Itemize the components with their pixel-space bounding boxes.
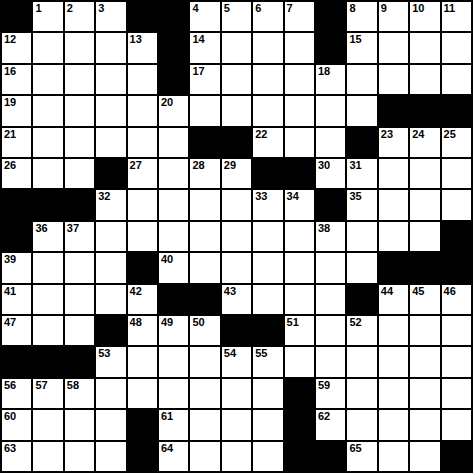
clue-number-41: 41	[4, 285, 16, 298]
white-cell-r4-c8[interactable]: 22	[253, 128, 282, 157]
white-cell-r9-c2[interactable]	[65, 285, 94, 314]
white-cell-r2-c10[interactable]: 18	[316, 65, 345, 94]
white-cell-r11-c7[interactable]: 54	[222, 347, 251, 376]
black-cell-r6-c1	[33, 190, 62, 219]
white-cell-r7-c1[interactable]: 36	[33, 222, 62, 251]
clue-number-3: 3	[98, 2, 104, 15]
white-cell-r11-c12[interactable]	[379, 347, 408, 376]
white-cell-r2-c1[interactable]	[33, 65, 62, 94]
clue-number-62: 62	[318, 410, 330, 423]
white-cell-r4-c4[interactable]	[128, 128, 157, 157]
white-cell-r13-c13[interactable]	[410, 410, 439, 439]
black-cell-r11-c2	[65, 347, 94, 376]
white-cell-r1-c6[interactable]: 14	[190, 33, 219, 62]
white-cell-r10-c2[interactable]	[65, 316, 94, 345]
white-cell-r2-c8[interactable]	[253, 65, 282, 94]
white-cell-r2-c14[interactable]	[442, 65, 471, 94]
white-cell-r10-c1[interactable]	[33, 316, 62, 345]
white-cell-r13-c0[interactable]: 60	[2, 410, 31, 439]
white-cell-r9-c12[interactable]: 44	[379, 285, 408, 314]
white-cell-r7-c12[interactable]	[379, 222, 408, 251]
clue-number-57: 57	[35, 379, 47, 392]
white-cell-r14-c7[interactable]	[222, 442, 251, 471]
white-cell-r12-c0[interactable]: 56	[2, 379, 31, 408]
white-cell-r3-c4[interactable]	[128, 96, 157, 125]
black-cell-r13-c9	[285, 410, 314, 439]
clue-number-64: 64	[161, 442, 173, 455]
white-cell-r11-c4[interactable]	[128, 347, 157, 376]
white-cell-r10-c5[interactable]: 49	[159, 316, 188, 345]
clue-number-47: 47	[4, 316, 16, 329]
white-cell-r13-c7[interactable]	[222, 410, 251, 439]
white-cell-r5-c6[interactable]: 28	[190, 159, 219, 188]
white-cell-r3-c3[interactable]	[96, 96, 125, 125]
white-cell-r5-c1[interactable]	[33, 159, 62, 188]
white-cell-r1-c1[interactable]	[33, 33, 62, 62]
white-cell-r12-c7[interactable]	[222, 379, 251, 408]
black-cell-r12-c9	[285, 379, 314, 408]
white-cell-r3-c11[interactable]	[347, 96, 376, 125]
white-cell-r7-c3[interactable]	[96, 222, 125, 251]
clue-number-48: 48	[130, 316, 142, 329]
white-cell-r13-c10[interactable]: 62	[316, 410, 345, 439]
clue-number-50: 50	[192, 316, 204, 329]
clue-number-28: 28	[192, 159, 204, 172]
white-cell-r13-c6[interactable]	[190, 410, 219, 439]
white-cell-r11-c6[interactable]	[190, 347, 219, 376]
white-cell-r7-c11[interactable]	[347, 222, 376, 251]
clue-number-2: 2	[67, 2, 73, 15]
white-cell-r7-c9[interactable]	[285, 222, 314, 251]
white-cell-r13-c11[interactable]	[347, 410, 376, 439]
clue-number-26: 26	[4, 159, 16, 172]
white-cell-r13-c2[interactable]	[65, 410, 94, 439]
white-cell-r9-c3[interactable]	[96, 285, 125, 314]
white-cell-r7-c2[interactable]: 37	[65, 222, 94, 251]
clue-number-11: 11	[444, 2, 456, 15]
white-cell-r3-c10[interactable]	[316, 96, 345, 125]
white-cell-r5-c7[interactable]: 29	[222, 159, 251, 188]
black-cell-r8-c14	[442, 253, 471, 282]
white-cell-r2-c12[interactable]	[379, 65, 408, 94]
white-cell-r6-c6[interactable]	[190, 190, 219, 219]
black-cell-r2-c5	[159, 65, 188, 94]
clue-number-19: 19	[4, 96, 16, 109]
white-cell-r0-c1[interactable]: 1	[33, 2, 62, 31]
white-cell-r3-c5[interactable]: 20	[159, 96, 188, 125]
white-cell-r8-c0[interactable]: 39	[2, 253, 31, 282]
white-cell-r4-c12[interactable]: 23	[379, 128, 408, 157]
white-cell-r3-c1[interactable]	[33, 96, 62, 125]
clue-number-40: 40	[161, 253, 173, 266]
white-cell-r2-c7[interactable]	[222, 65, 251, 94]
white-cell-r14-c2[interactable]	[65, 442, 94, 471]
white-cell-r6-c14[interactable]	[442, 190, 471, 219]
white-cell-r10-c11[interactable]: 52	[347, 316, 376, 345]
clue-number-6: 6	[255, 2, 261, 15]
white-cell-r7-c13[interactable]	[410, 222, 439, 251]
clue-number-60: 60	[4, 410, 16, 423]
white-cell-r1-c2[interactable]	[65, 33, 94, 62]
black-cell-r6-c2	[65, 190, 94, 219]
black-cell-r8-c4	[128, 253, 157, 282]
clue-number-30: 30	[318, 159, 330, 172]
white-cell-r0-c12[interactable]: 9	[379, 2, 408, 31]
black-cell-r5-c3	[96, 159, 125, 188]
white-cell-r8-c3[interactable]	[96, 253, 125, 282]
white-cell-r5-c5[interactable]	[159, 159, 188, 188]
white-cell-r9-c0[interactable]: 41	[2, 285, 31, 314]
white-cell-r0-c7[interactable]: 5	[222, 2, 251, 31]
white-cell-r13-c1[interactable]	[33, 410, 62, 439]
black-cell-r0-c5	[159, 2, 188, 31]
black-cell-r11-c0	[2, 347, 31, 376]
white-cell-r5-c13[interactable]	[410, 159, 439, 188]
black-cell-r10-c8	[253, 316, 282, 345]
white-cell-r2-c13[interactable]	[410, 65, 439, 94]
white-cell-r12-c13[interactable]	[410, 379, 439, 408]
white-cell-r12-c4[interactable]	[128, 379, 157, 408]
white-cell-r12-c8[interactable]	[253, 379, 282, 408]
white-cell-r9-c4[interactable]: 42	[128, 285, 157, 314]
clue-number-42: 42	[130, 285, 142, 298]
white-cell-r1-c0[interactable]: 12	[2, 33, 31, 62]
white-cell-r12-c14[interactable]	[442, 379, 471, 408]
white-cell-r4-c0[interactable]: 21	[2, 128, 31, 157]
clue-number-16: 16	[4, 65, 16, 78]
clue-number-7: 7	[287, 2, 293, 15]
white-cell-r6-c11[interactable]: 35	[347, 190, 376, 219]
white-cell-r6-c9[interactable]: 34	[285, 190, 314, 219]
white-cell-r13-c14[interactable]	[442, 410, 471, 439]
white-cell-r6-c3[interactable]: 32	[96, 190, 125, 219]
white-cell-r14-c12[interactable]	[379, 442, 408, 471]
white-cell-r0-c8[interactable]: 6	[253, 2, 282, 31]
clue-number-25: 25	[444, 128, 456, 141]
white-cell-r7-c10[interactable]: 38	[316, 222, 345, 251]
white-cell-r8-c6[interactable]	[190, 253, 219, 282]
white-cell-r9-c7[interactable]: 43	[222, 285, 251, 314]
clue-number-32: 32	[98, 190, 110, 203]
clue-number-20: 20	[161, 96, 173, 109]
white-cell-r4-c10[interactable]	[316, 128, 345, 157]
clue-number-24: 24	[412, 128, 424, 141]
white-cell-r9-c9[interactable]	[285, 285, 314, 314]
white-cell-r12-c12[interactable]	[379, 379, 408, 408]
white-cell-r12-c11[interactable]	[347, 379, 376, 408]
white-cell-r12-c6[interactable]	[190, 379, 219, 408]
white-cell-r9-c1[interactable]	[33, 285, 62, 314]
white-cell-r7-c4[interactable]	[128, 222, 157, 251]
white-cell-r8-c9[interactable]	[285, 253, 314, 282]
white-cell-r4-c2[interactable]	[65, 128, 94, 157]
white-cell-r0-c3[interactable]: 3	[96, 2, 125, 31]
white-cell-r9-c14[interactable]: 46	[442, 285, 471, 314]
black-cell-r0-c0	[2, 2, 31, 31]
clue-number-27: 27	[130, 159, 142, 172]
black-cell-r7-c0	[2, 222, 31, 251]
white-cell-r8-c11[interactable]	[347, 253, 376, 282]
clue-number-51: 51	[287, 316, 299, 329]
white-cell-r11-c10[interactable]	[316, 347, 345, 376]
white-cell-r14-c0[interactable]: 63	[2, 442, 31, 471]
white-cell-r11-c8[interactable]: 55	[253, 347, 282, 376]
white-cell-r8-c10[interactable]	[316, 253, 345, 282]
black-cell-r9-c11	[347, 285, 376, 314]
black-cell-r14-c9	[285, 442, 314, 471]
white-cell-r0-c13[interactable]: 10	[410, 2, 439, 31]
clue-number-21: 21	[4, 128, 16, 141]
black-cell-r6-c0	[2, 190, 31, 219]
white-cell-r5-c14[interactable]	[442, 159, 471, 188]
clue-number-15: 15	[349, 33, 361, 46]
white-cell-r14-c5[interactable]: 64	[159, 442, 188, 471]
white-cell-r2-c4[interactable]	[128, 65, 157, 94]
black-cell-r9-c6	[190, 285, 219, 314]
white-cell-r11-c14[interactable]	[442, 347, 471, 376]
white-cell-r6-c13[interactable]	[410, 190, 439, 219]
white-cell-r5-c10[interactable]: 30	[316, 159, 345, 188]
white-cell-r1-c7[interactable]	[222, 33, 251, 62]
white-cell-r1-c11[interactable]: 15	[347, 33, 376, 62]
white-cell-r8-c1[interactable]	[33, 253, 62, 282]
white-cell-r11-c13[interactable]	[410, 347, 439, 376]
white-cell-r12-c2[interactable]: 58	[65, 379, 94, 408]
white-cell-r12-c1[interactable]: 57	[33, 379, 62, 408]
white-cell-r5-c0[interactable]: 26	[2, 159, 31, 188]
clue-number-46: 46	[444, 285, 456, 298]
white-cell-r1-c3[interactable]	[96, 33, 125, 62]
clue-number-52: 52	[349, 316, 361, 329]
black-cell-r7-c14	[442, 222, 471, 251]
white-cell-r9-c10[interactable]	[316, 285, 345, 314]
white-cell-r8-c5[interactable]: 40	[159, 253, 188, 282]
white-cell-r11-c3[interactable]: 53	[96, 347, 125, 376]
black-cell-r9-c5	[159, 285, 188, 314]
clue-number-22: 22	[255, 128, 267, 141]
white-cell-r7-c8[interactable]	[253, 222, 282, 251]
clue-number-63: 63	[4, 442, 16, 455]
clue-number-18: 18	[318, 65, 330, 78]
white-cell-r2-c9[interactable]	[285, 65, 314, 94]
black-cell-r0-c4	[128, 2, 157, 31]
black-cell-r14-c14	[442, 442, 471, 471]
white-cell-r8-c7[interactable]	[222, 253, 251, 282]
white-cell-r10-c9[interactable]: 51	[285, 316, 314, 345]
white-cell-r11-c5[interactable]	[159, 347, 188, 376]
black-cell-r14-c4	[128, 442, 157, 471]
white-cell-r5-c2[interactable]	[65, 159, 94, 188]
white-cell-r5-c12[interactable]	[379, 159, 408, 188]
white-cell-r1-c9[interactable]	[285, 33, 314, 62]
white-cell-r4-c13[interactable]: 24	[410, 128, 439, 157]
white-cell-r13-c8[interactable]	[253, 410, 282, 439]
white-cell-r12-c10[interactable]: 59	[316, 379, 345, 408]
black-cell-r3-c14	[442, 96, 471, 125]
clue-number-39: 39	[4, 253, 16, 266]
white-cell-r3-c7[interactable]	[222, 96, 251, 125]
white-cell-r11-c9[interactable]	[285, 347, 314, 376]
black-cell-r4-c11	[347, 128, 376, 157]
white-cell-r5-c11[interactable]: 31	[347, 159, 376, 188]
black-cell-r10-c7	[222, 316, 251, 345]
white-cell-r3-c2[interactable]	[65, 96, 94, 125]
white-cell-r14-c13[interactable]	[410, 442, 439, 471]
clue-number-45: 45	[412, 285, 424, 298]
white-cell-r4-c5[interactable]	[159, 128, 188, 157]
white-cell-r10-c12[interactable]	[379, 316, 408, 345]
clue-number-36: 36	[35, 222, 47, 235]
white-cell-r1-c12[interactable]	[379, 33, 408, 62]
clue-number-14: 14	[192, 33, 204, 46]
clue-number-61: 61	[161, 410, 173, 423]
clue-number-17: 17	[192, 65, 204, 78]
white-cell-r3-c9[interactable]	[285, 96, 314, 125]
clue-number-56: 56	[4, 379, 16, 392]
clue-number-33: 33	[255, 190, 267, 203]
clue-number-31: 31	[349, 159, 361, 172]
white-cell-r7-c7[interactable]	[222, 222, 251, 251]
black-cell-r3-c13	[410, 96, 439, 125]
clue-number-23: 23	[381, 128, 393, 141]
clue-number-34: 34	[287, 190, 299, 203]
white-cell-r9-c13[interactable]: 45	[410, 285, 439, 314]
white-cell-r3-c6[interactable]	[190, 96, 219, 125]
white-cell-r2-c0[interactable]: 16	[2, 65, 31, 94]
white-cell-r14-c8[interactable]	[253, 442, 282, 471]
white-cell-r1-c13[interactable]	[410, 33, 439, 62]
white-cell-r9-c8[interactable]	[253, 285, 282, 314]
black-cell-r11-c1	[33, 347, 62, 376]
white-cell-r6-c8[interactable]: 33	[253, 190, 282, 219]
white-cell-r14-c1[interactable]	[33, 442, 62, 471]
white-cell-r6-c4[interactable]	[128, 190, 157, 219]
white-cell-r6-c5[interactable]	[159, 190, 188, 219]
black-cell-r13-c4	[128, 410, 157, 439]
white-cell-r10-c14[interactable]	[442, 316, 471, 345]
white-cell-r4-c9[interactable]	[285, 128, 314, 157]
white-cell-r2-c2[interactable]	[65, 65, 94, 94]
black-cell-r6-c10	[316, 190, 345, 219]
clue-number-59: 59	[318, 379, 330, 392]
white-cell-r0-c2[interactable]: 2	[65, 2, 94, 31]
white-cell-r8-c8[interactable]	[253, 253, 282, 282]
white-cell-r4-c1[interactable]	[33, 128, 62, 157]
white-cell-r10-c10[interactable]	[316, 316, 345, 345]
clue-number-49: 49	[161, 316, 173, 329]
white-cell-r1-c8[interactable]	[253, 33, 282, 62]
white-cell-r10-c13[interactable]	[410, 316, 439, 345]
white-cell-r7-c5[interactable]	[159, 222, 188, 251]
clue-number-53: 53	[98, 347, 110, 360]
white-cell-r2-c3[interactable]	[96, 65, 125, 94]
white-cell-r10-c4[interactable]: 48	[128, 316, 157, 345]
white-cell-r1-c4[interactable]: 13	[128, 33, 157, 62]
white-cell-r1-c14[interactable]	[442, 33, 471, 62]
clue-number-37: 37	[67, 222, 79, 235]
white-cell-r4-c14[interactable]: 25	[442, 128, 471, 157]
white-cell-r2-c6[interactable]: 17	[190, 65, 219, 94]
white-cell-r4-c3[interactable]	[96, 128, 125, 157]
black-cell-r5-c8	[253, 159, 282, 188]
clue-number-65: 65	[349, 442, 361, 455]
white-cell-r12-c5[interactable]	[159, 379, 188, 408]
black-cell-r1-c10	[316, 33, 345, 62]
black-cell-r3-c12	[379, 96, 408, 125]
clue-number-38: 38	[318, 222, 330, 235]
clue-number-54: 54	[224, 347, 236, 360]
white-cell-r14-c3[interactable]	[96, 442, 125, 471]
black-cell-r10-c3	[96, 316, 125, 345]
white-cell-r6-c7[interactable]	[222, 190, 251, 219]
clue-number-12: 12	[4, 33, 16, 46]
white-cell-r13-c5[interactable]: 61	[159, 410, 188, 439]
black-cell-r8-c13	[410, 253, 439, 282]
clue-number-44: 44	[381, 285, 393, 298]
clue-number-5: 5	[224, 2, 230, 15]
white-cell-r12-c3[interactable]	[96, 379, 125, 408]
black-cell-r5-c9	[285, 159, 314, 188]
clue-number-43: 43	[224, 285, 236, 298]
white-cell-r0-c11[interactable]: 8	[347, 2, 376, 31]
clue-number-4: 4	[192, 2, 198, 15]
clue-number-29: 29	[224, 159, 236, 172]
white-cell-r0-c9[interactable]: 7	[285, 2, 314, 31]
white-cell-r5-c4[interactable]: 27	[128, 159, 157, 188]
clue-number-9: 9	[381, 2, 387, 15]
white-cell-r14-c6[interactable]	[190, 442, 219, 471]
white-cell-r8-c2[interactable]	[65, 253, 94, 282]
clue-number-55: 55	[255, 347, 267, 360]
crossword-grid: 1234567891011121314151617181920212223242…	[0, 0, 473, 473]
white-cell-r0-c6[interactable]: 4	[190, 2, 219, 31]
black-cell-r0-c10	[316, 2, 345, 31]
black-cell-r14-c10	[316, 442, 345, 471]
white-cell-r0-c14[interactable]: 11	[442, 2, 471, 31]
white-cell-r10-c6[interactable]: 50	[190, 316, 219, 345]
clue-number-35: 35	[349, 190, 361, 203]
white-cell-r6-c12[interactable]	[379, 190, 408, 219]
black-cell-r4-c6	[190, 128, 219, 157]
white-cell-r13-c3[interactable]	[96, 410, 125, 439]
clue-number-1: 1	[35, 2, 41, 15]
white-cell-r2-c11[interactable]	[347, 65, 376, 94]
white-cell-r3-c8[interactable]	[253, 96, 282, 125]
clue-number-10: 10	[412, 2, 424, 15]
black-cell-r1-c5	[159, 33, 188, 62]
white-cell-r14-c11[interactable]: 65	[347, 442, 376, 471]
black-cell-r8-c12	[379, 253, 408, 282]
white-cell-r7-c6[interactable]	[190, 222, 219, 251]
black-cell-r4-c7	[222, 128, 251, 157]
clue-number-8: 8	[349, 2, 355, 15]
clue-number-58: 58	[67, 379, 79, 392]
white-cell-r3-c0[interactable]: 19	[2, 96, 31, 125]
white-cell-r10-c0[interactable]: 47	[2, 316, 31, 345]
white-cell-r13-c12[interactable]	[379, 410, 408, 439]
white-cell-r11-c11[interactable]	[347, 347, 376, 376]
clue-number-13: 13	[130, 33, 142, 46]
